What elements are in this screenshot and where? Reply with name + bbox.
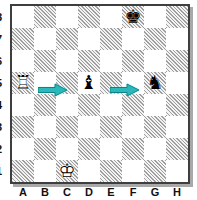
square-e4 — [100, 94, 122, 116]
piece-black-bishop: ♝ — [78, 71, 100, 93]
file-label-C: C — [56, 186, 78, 198]
square-b2 — [34, 138, 56, 160]
move-arrow-e5-f5 — [110, 83, 140, 97]
square-c4 — [56, 94, 78, 116]
square-f8: ♚ — [122, 6, 144, 28]
square-d4 — [78, 94, 100, 116]
piece-white-king: ♔ — [56, 159, 78, 181]
file-label-G: G — [144, 186, 166, 198]
file-label-H: H — [166, 186, 188, 198]
file-label-B: B — [34, 186, 56, 198]
square-g2 — [144, 138, 166, 160]
square-b4 — [34, 94, 56, 116]
square-d1 — [78, 160, 100, 182]
square-c8 — [56, 6, 78, 28]
square-f3 — [122, 116, 144, 138]
square-f4 — [122, 94, 144, 116]
square-g8 — [144, 6, 166, 28]
square-d7 — [78, 28, 100, 50]
square-h4 — [166, 94, 188, 116]
square-e8 — [100, 6, 122, 28]
file-labels: ABCDEFGH — [12, 186, 188, 198]
square-h1 — [166, 160, 188, 182]
square-c7 — [56, 28, 78, 50]
chess-diagram: 87654321 ♚♜♖♝♞♚♔ ABCDEFGH — [0, 0, 197, 200]
square-f1 — [122, 160, 144, 182]
square-a4 — [12, 94, 34, 116]
square-f7 — [122, 28, 144, 50]
square-d3 — [78, 116, 100, 138]
square-b8 — [34, 6, 56, 28]
square-e6 — [100, 50, 122, 72]
square-b3 — [34, 116, 56, 138]
chess-board: ♚♜♖♝♞♚♔ — [10, 4, 190, 184]
square-d5: ♝ — [78, 72, 100, 94]
piece-black-king: ♚ — [122, 5, 144, 27]
square-a1 — [12, 160, 34, 182]
square-c6 — [56, 50, 78, 72]
square-d2 — [78, 138, 100, 160]
square-g6 — [144, 50, 166, 72]
square-h5 — [166, 72, 188, 94]
square-b6 — [34, 50, 56, 72]
square-e3 — [100, 116, 122, 138]
square-f6 — [122, 50, 144, 72]
square-c2 — [56, 138, 78, 160]
square-e2 — [100, 138, 122, 160]
rank-label-8: 8 — [0, 6, 7, 28]
rank-labels: 87654321 — [0, 6, 7, 182]
square-b7 — [34, 28, 56, 50]
square-a5: ♜♖ — [12, 72, 34, 94]
move-arrow-b5-c5 — [38, 83, 68, 97]
square-a3 — [12, 116, 34, 138]
square-e1 — [100, 160, 122, 182]
square-a6 — [12, 50, 34, 72]
square-h8 — [166, 6, 188, 28]
square-a7 — [12, 28, 34, 50]
square-c1: ♚♔ — [56, 160, 78, 182]
square-h6 — [166, 50, 188, 72]
square-a8 — [12, 6, 34, 28]
square-f2 — [122, 138, 144, 160]
rank-label-7: 7 — [0, 28, 7, 50]
square-h3 — [166, 116, 188, 138]
square-e7 — [100, 28, 122, 50]
square-d6 — [78, 50, 100, 72]
rank-label-1: 1 — [0, 160, 7, 182]
square-c3 — [56, 116, 78, 138]
file-label-A: A — [12, 186, 34, 198]
square-g3 — [144, 116, 166, 138]
rank-label-5: 5 — [0, 72, 7, 94]
file-label-F: F — [122, 186, 144, 198]
square-h7 — [166, 28, 188, 50]
square-g7 — [144, 28, 166, 50]
piece-white-rook: ♖ — [12, 71, 34, 93]
piece-black-knight: ♞ — [144, 71, 166, 93]
rank-label-6: 6 — [0, 50, 7, 72]
square-b1 — [34, 160, 56, 182]
file-label-D: D — [78, 186, 100, 198]
square-d8 — [78, 6, 100, 28]
square-g5: ♞ — [144, 72, 166, 94]
rank-label-4: 4 — [0, 94, 7, 116]
square-h2 — [166, 138, 188, 160]
square-g1 — [144, 160, 166, 182]
file-label-E: E — [100, 186, 122, 198]
square-g4 — [144, 94, 166, 116]
rank-label-2: 2 — [0, 138, 7, 160]
square-a2 — [12, 138, 34, 160]
rank-label-3: 3 — [0, 116, 7, 138]
